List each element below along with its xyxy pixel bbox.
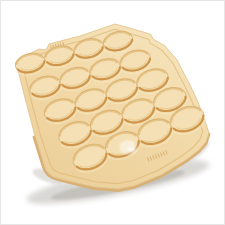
- specular-highlight: [120, 140, 138, 154]
- product-photo: [0, 0, 225, 225]
- macaron-mat-photo: [0, 0, 225, 225]
